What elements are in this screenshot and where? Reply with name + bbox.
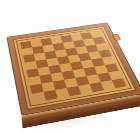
square-r6c2 xyxy=(53,80,67,90)
square-r5c5 xyxy=(83,67,97,76)
square-r6c0 xyxy=(30,84,44,94)
square-r5c1 xyxy=(39,74,52,84)
square-r6c6 xyxy=(97,72,111,82)
square-r6c1 xyxy=(41,82,55,92)
square-r6c5 xyxy=(86,74,100,84)
chess-box xyxy=(6,22,140,116)
square-r4c3 xyxy=(59,63,72,72)
square-r6c7 xyxy=(108,71,122,81)
square-r7c1 xyxy=(44,90,58,101)
square-r6c4 xyxy=(75,76,89,86)
square-r5c0 xyxy=(28,76,41,86)
square-r4c2 xyxy=(48,65,61,74)
square-r7c4 xyxy=(78,84,93,94)
square-r5c7 xyxy=(105,63,119,72)
square-r5c4 xyxy=(73,69,87,78)
square-r7c3 xyxy=(67,86,81,96)
square-r7c7 xyxy=(112,78,127,88)
square-r5c6 xyxy=(94,65,108,74)
square-r7c0 xyxy=(32,92,46,103)
square-r5c2 xyxy=(51,72,65,82)
square-r6c3 xyxy=(64,78,78,88)
square-r4c0 xyxy=(26,68,39,77)
product-photo-chess-box xyxy=(0,0,140,140)
square-r7c6 xyxy=(101,80,116,90)
latch-tab xyxy=(113,35,120,41)
perspective-wrapper xyxy=(0,0,140,140)
square-r7c2 xyxy=(55,88,69,98)
square-r4c1 xyxy=(37,66,50,75)
square-r7c5 xyxy=(90,82,105,92)
square-r5c3 xyxy=(62,70,76,80)
